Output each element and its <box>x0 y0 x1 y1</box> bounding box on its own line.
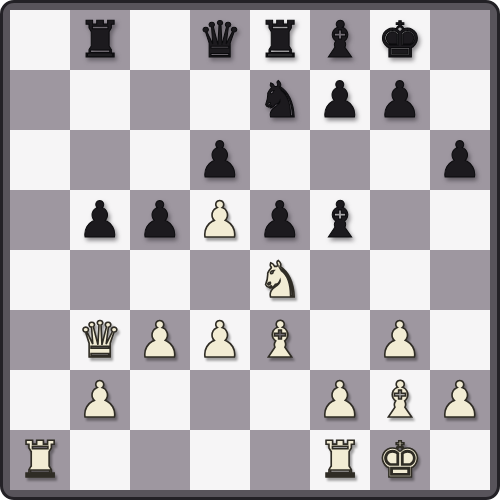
square-a1[interactable]: ♜ <box>10 430 70 490</box>
square-c7[interactable] <box>130 70 190 130</box>
square-g5[interactable] <box>370 190 430 250</box>
black-bishop[interactable]: ♝ <box>318 10 363 70</box>
square-e5[interactable]: ♟ <box>250 190 310 250</box>
black-pawn[interactable]: ♟ <box>138 190 183 250</box>
square-b3[interactable]: ♛ <box>70 310 130 370</box>
square-f3[interactable] <box>310 310 370 370</box>
square-h3[interactable] <box>430 310 490 370</box>
square-f6[interactable] <box>310 130 370 190</box>
black-knight[interactable]: ♞ <box>258 70 303 130</box>
white-queen[interactable]: ♛ <box>78 310 123 370</box>
white-pawn[interactable]: ♟ <box>138 310 183 370</box>
square-g7[interactable]: ♟ <box>370 70 430 130</box>
square-e8[interactable]: ♜ <box>250 10 310 70</box>
square-a3[interactable] <box>10 310 70 370</box>
black-pawn[interactable]: ♟ <box>198 130 243 190</box>
square-f5[interactable]: ♝ <box>310 190 370 250</box>
white-pawn[interactable]: ♟ <box>78 370 123 430</box>
square-d8[interactable]: ♛ <box>190 10 250 70</box>
white-bishop[interactable]: ♝ <box>258 310 303 370</box>
square-b4[interactable] <box>70 250 130 310</box>
square-c4[interactable] <box>130 250 190 310</box>
white-pawn[interactable]: ♟ <box>198 310 243 370</box>
square-g6[interactable] <box>370 130 430 190</box>
square-h4[interactable] <box>430 250 490 310</box>
white-pawn[interactable]: ♟ <box>438 370 483 430</box>
square-a7[interactable] <box>10 70 70 130</box>
white-pawn[interactable]: ♟ <box>378 310 423 370</box>
black-queen[interactable]: ♛ <box>198 10 243 70</box>
square-b7[interactable] <box>70 70 130 130</box>
chess-board-frame: ♜♛♜♝♚♞♟♟♟♟♟♟♟♟♝♞♛♟♟♝♟♟♟♝♟♜♜♚ <box>0 0 500 500</box>
square-b8[interactable]: ♜ <box>70 10 130 70</box>
square-e7[interactable]: ♞ <box>250 70 310 130</box>
square-b5[interactable]: ♟ <box>70 190 130 250</box>
square-d7[interactable] <box>190 70 250 130</box>
square-g1[interactable]: ♚ <box>370 430 430 490</box>
square-d1[interactable] <box>190 430 250 490</box>
square-b1[interactable] <box>70 430 130 490</box>
square-d5[interactable]: ♟ <box>190 190 250 250</box>
square-h7[interactable] <box>430 70 490 130</box>
square-a2[interactable] <box>10 370 70 430</box>
square-f4[interactable] <box>310 250 370 310</box>
square-h5[interactable] <box>430 190 490 250</box>
square-c8[interactable] <box>130 10 190 70</box>
square-c1[interactable] <box>130 430 190 490</box>
white-rook[interactable]: ♜ <box>18 430 63 490</box>
square-d2[interactable] <box>190 370 250 430</box>
white-pawn[interactable]: ♟ <box>198 190 243 250</box>
square-g2[interactable]: ♝ <box>370 370 430 430</box>
square-f7[interactable]: ♟ <box>310 70 370 130</box>
black-pawn[interactable]: ♟ <box>318 70 363 130</box>
square-c2[interactable] <box>130 370 190 430</box>
square-e6[interactable] <box>250 130 310 190</box>
square-e2[interactable] <box>250 370 310 430</box>
square-b2[interactable]: ♟ <box>70 370 130 430</box>
black-bishop[interactable]: ♝ <box>318 190 363 250</box>
black-pawn[interactable]: ♟ <box>78 190 123 250</box>
square-c5[interactable]: ♟ <box>130 190 190 250</box>
black-pawn[interactable]: ♟ <box>378 70 423 130</box>
square-f2[interactable]: ♟ <box>310 370 370 430</box>
square-d3[interactable]: ♟ <box>190 310 250 370</box>
square-g4[interactable] <box>370 250 430 310</box>
square-e4[interactable]: ♞ <box>250 250 310 310</box>
square-g8[interactable]: ♚ <box>370 10 430 70</box>
square-h6[interactable]: ♟ <box>430 130 490 190</box>
square-h8[interactable] <box>430 10 490 70</box>
square-d4[interactable] <box>190 250 250 310</box>
square-e1[interactable] <box>250 430 310 490</box>
square-c3[interactable]: ♟ <box>130 310 190 370</box>
square-a4[interactable] <box>10 250 70 310</box>
white-knight[interactable]: ♞ <box>258 250 303 310</box>
square-h1[interactable] <box>430 430 490 490</box>
white-pawn[interactable]: ♟ <box>318 370 363 430</box>
square-a8[interactable] <box>10 10 70 70</box>
white-king[interactable]: ♚ <box>378 430 423 490</box>
square-d6[interactable]: ♟ <box>190 130 250 190</box>
white-bishop[interactable]: ♝ <box>378 370 423 430</box>
square-f8[interactable]: ♝ <box>310 10 370 70</box>
black-pawn[interactable]: ♟ <box>258 190 303 250</box>
square-f1[interactable]: ♜ <box>310 430 370 490</box>
black-king[interactable]: ♚ <box>378 10 423 70</box>
chess-board: ♜♛♜♝♚♞♟♟♟♟♟♟♟♟♝♞♛♟♟♝♟♟♟♝♟♜♜♚ <box>10 10 490 490</box>
square-h2[interactable]: ♟ <box>430 370 490 430</box>
square-e3[interactable]: ♝ <box>250 310 310 370</box>
square-a5[interactable] <box>10 190 70 250</box>
white-rook[interactable]: ♜ <box>318 430 363 490</box>
square-b6[interactable] <box>70 130 130 190</box>
square-g3[interactable]: ♟ <box>370 310 430 370</box>
black-rook[interactable]: ♜ <box>78 10 123 70</box>
black-pawn[interactable]: ♟ <box>438 130 483 190</box>
black-rook[interactable]: ♜ <box>258 10 303 70</box>
square-c6[interactable] <box>130 130 190 190</box>
square-a6[interactable] <box>10 130 70 190</box>
